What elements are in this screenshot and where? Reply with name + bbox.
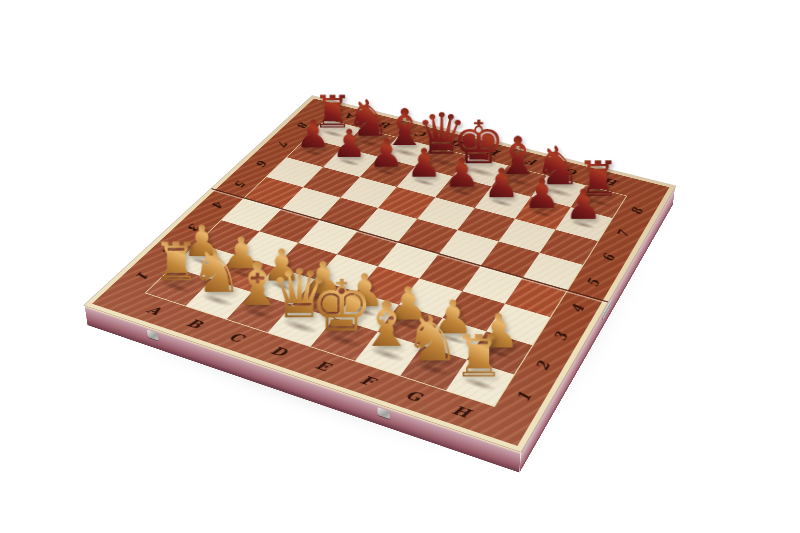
coord-file-b-near: B xyxy=(183,316,205,331)
chess-board: AABBCCDDEEFFGGHH1122334455667788 ♜♞♝♛♚♝♞… xyxy=(84,96,675,452)
coord-file-c-near: C xyxy=(225,330,247,345)
coord-file-h-near: H xyxy=(449,403,473,421)
coord-file-a-near: A xyxy=(143,303,164,317)
piece-light-rook-h1: ♜ xyxy=(442,328,515,385)
coord-file-f-near: F xyxy=(357,373,377,389)
coord-file-e-near: E xyxy=(312,358,333,374)
scene: AABBCCDDEEFFGGHH1122334455667788 ♜♞♝♛♚♝♞… xyxy=(0,0,800,533)
coord-rank-5-right: 5 xyxy=(583,277,604,288)
coord-rank-4-right: 4 xyxy=(567,303,589,315)
box-clasp-1 xyxy=(147,330,159,341)
coord-file-d-near: D xyxy=(267,344,290,360)
box-clasp-2 xyxy=(377,407,390,419)
coord-rank-3-right: 3 xyxy=(550,331,573,343)
square-h5 xyxy=(523,253,583,290)
coord-rank-6-right: 6 xyxy=(598,253,619,263)
coord-file-g-near: G xyxy=(402,388,424,405)
coord-rank-1-right: 1 xyxy=(512,390,536,404)
coord-rank-2-right: 2 xyxy=(532,359,555,372)
photo-canvas: AABBCCDDEEFFGGHH1122334455667788 ♜♞♝♛♚♝♞… xyxy=(0,0,800,533)
square-g5 xyxy=(480,241,540,277)
